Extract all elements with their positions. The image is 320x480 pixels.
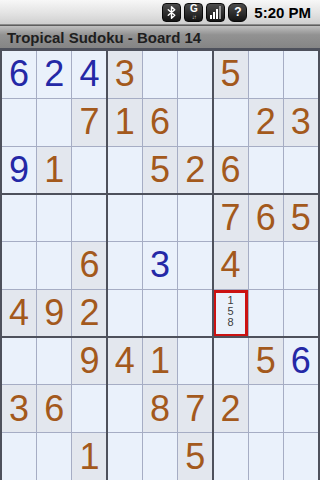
title-bar: Tropical Sudoku - Board 14 bbox=[0, 25, 320, 48]
pencil-marks: 158 bbox=[227, 295, 233, 328]
cell-r3c1[interactable]: 9 bbox=[2, 147, 36, 194]
cell-r9c7[interactable] bbox=[213, 433, 247, 480]
cell-r3c9[interactable] bbox=[284, 147, 318, 194]
cell-r5c8[interactable] bbox=[249, 242, 283, 289]
cell-r8c2[interactable]: 6 bbox=[37, 385, 71, 432]
cell-r6c5[interactable] bbox=[143, 290, 177, 337]
cell-r4c7[interactable]: 7 bbox=[213, 194, 247, 241]
cell-r2c5[interactable]: 6 bbox=[143, 99, 177, 146]
page-title: Tropical Sudoku - Board 14 bbox=[7, 29, 201, 46]
cell-r2c6[interactable] bbox=[178, 99, 212, 146]
cell-r8c4[interactable] bbox=[108, 385, 142, 432]
cell-r2c9[interactable]: 3 bbox=[284, 99, 318, 146]
cell-r1c5[interactable] bbox=[143, 51, 177, 98]
cell-r4c8[interactable]: 6 bbox=[249, 194, 283, 241]
cell-r2c4[interactable]: 1 bbox=[108, 99, 142, 146]
cell-r9c3[interactable]: 1 bbox=[72, 433, 106, 480]
cell-r3c8[interactable] bbox=[249, 147, 283, 194]
cell-r4c4[interactable] bbox=[108, 194, 142, 241]
cell-r9c6[interactable]: 5 bbox=[178, 433, 212, 480]
cell-r6c2[interactable]: 9 bbox=[37, 290, 71, 337]
cell-r9c8[interactable] bbox=[249, 433, 283, 480]
cell-r5c6[interactable] bbox=[178, 242, 212, 289]
cell-r7c1[interactable] bbox=[2, 338, 36, 385]
status-bar: G ↓↑ ? 5:20 PM bbox=[0, 0, 320, 25]
cell-r4c9[interactable]: 5 bbox=[284, 194, 318, 241]
cell-r4c2[interactable] bbox=[37, 194, 71, 241]
cell-r1c4[interactable]: 3 bbox=[108, 51, 142, 98]
cell-r6c7[interactable]: 158 bbox=[213, 290, 247, 337]
sudoku-board: 624357162391526765634492158941563687215 bbox=[0, 48, 320, 480]
cell-r4c3[interactable] bbox=[72, 194, 106, 241]
cell-r1c9[interactable] bbox=[284, 51, 318, 98]
cell-r7c4[interactable]: 4 bbox=[108, 338, 142, 385]
cell-r8c8[interactable] bbox=[249, 385, 283, 432]
cell-r9c2[interactable] bbox=[37, 433, 71, 480]
cell-r2c2[interactable] bbox=[37, 99, 71, 146]
cell-r9c5[interactable] bbox=[143, 433, 177, 480]
cell-r7c2[interactable] bbox=[37, 338, 71, 385]
cell-r8c5[interactable]: 8 bbox=[143, 385, 177, 432]
cell-r8c3[interactable] bbox=[72, 385, 106, 432]
cell-r9c4[interactable] bbox=[108, 433, 142, 480]
cell-r1c3[interactable]: 4 bbox=[72, 51, 106, 98]
cell-r5c3[interactable]: 6 bbox=[72, 242, 106, 289]
cell-r6c1[interactable]: 4 bbox=[2, 290, 36, 337]
cell-r7c5[interactable]: 1 bbox=[143, 338, 177, 385]
cell-r4c1[interactable] bbox=[2, 194, 36, 241]
cell-r1c8[interactable] bbox=[249, 51, 283, 98]
cell-r9c1[interactable] bbox=[2, 433, 36, 480]
cell-r5c2[interactable] bbox=[37, 242, 71, 289]
cell-r7c3[interactable]: 9 bbox=[72, 338, 106, 385]
cell-r2c7[interactable] bbox=[213, 99, 247, 146]
cell-r6c4[interactable] bbox=[108, 290, 142, 337]
cell-r3c6[interactable]: 2 bbox=[178, 147, 212, 194]
cell-r3c7[interactable]: 6 bbox=[213, 147, 247, 194]
cell-r7c8[interactable]: 5 bbox=[249, 338, 283, 385]
cell-r2c3[interactable]: 7 bbox=[72, 99, 106, 146]
cell-r1c1[interactable]: 6 bbox=[2, 51, 36, 98]
cell-r3c4[interactable] bbox=[108, 147, 142, 194]
cell-r1c2[interactable]: 2 bbox=[37, 51, 71, 98]
cell-r7c6[interactable] bbox=[178, 338, 212, 385]
cell-r2c1[interactable] bbox=[2, 99, 36, 146]
cell-r5c1[interactable] bbox=[2, 242, 36, 289]
battery-unknown-icon: ? bbox=[228, 3, 247, 22]
cell-r8c9[interactable] bbox=[284, 385, 318, 432]
cell-r4c6[interactable] bbox=[178, 194, 212, 241]
cell-r8c1[interactable]: 3 bbox=[2, 385, 36, 432]
cell-r6c8[interactable] bbox=[249, 290, 283, 337]
cell-r8c7[interactable]: 2 bbox=[213, 385, 247, 432]
cell-r3c2[interactable]: 1 bbox=[37, 147, 71, 194]
cell-r5c5[interactable]: 3 bbox=[143, 242, 177, 289]
cell-r5c7[interactable]: 4 bbox=[213, 242, 247, 289]
cell-r7c7[interactable] bbox=[213, 338, 247, 385]
cell-r4c5[interactable] bbox=[143, 194, 177, 241]
cell-r3c5[interactable]: 5 bbox=[143, 147, 177, 194]
cell-r3c3[interactable] bbox=[72, 147, 106, 194]
cell-r8c6[interactable]: 7 bbox=[178, 385, 212, 432]
cell-r6c6[interactable] bbox=[178, 290, 212, 337]
cell-r5c9[interactable] bbox=[284, 242, 318, 289]
cell-r6c9[interactable] bbox=[284, 290, 318, 337]
signal-strength-icon bbox=[206, 3, 225, 22]
cell-r1c6[interactable] bbox=[178, 51, 212, 98]
bluetooth-icon bbox=[162, 3, 181, 22]
cell-r1c7[interactable]: 5 bbox=[213, 51, 247, 98]
cell-r6c3[interactable]: 2 bbox=[72, 290, 106, 337]
cell-r7c9[interactable]: 6 bbox=[284, 338, 318, 385]
cell-r5c4[interactable] bbox=[108, 242, 142, 289]
status-bar-clock: 5:20 PM bbox=[254, 4, 311, 21]
cell-r2c8[interactable]: 2 bbox=[249, 99, 283, 146]
cell-r9c9[interactable] bbox=[284, 433, 318, 480]
gprs-data-icon: G ↓↑ bbox=[184, 3, 203, 22]
